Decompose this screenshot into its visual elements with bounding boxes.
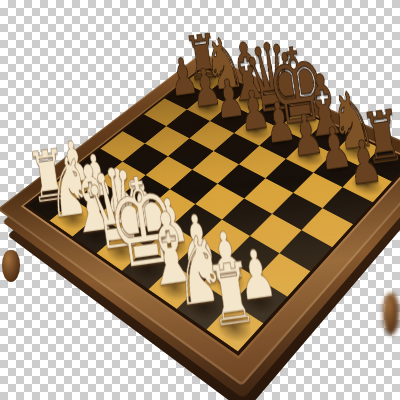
perspective-stage: ♜♞♝♛♚♝♞♜♟♟♟♟♟♟♟♟♟♟♟♟♟♟♟♟♜♞♝♛♚♝♞♜: [0, 0, 400, 400]
scene-rotation-wrapper: ♜♞♝♛♚♝♞♜♟♟♟♟♟♟♟♟♟♟♟♟♟♟♟♟♜♞♝♛♚♝♞♜: [0, 0, 400, 400]
chess-board: ♜♞♝♛♚♝♞♜♟♟♟♟♟♟♟♟♟♟♟♟♟♟♟♟♜♞♝♛♚♝♞♜: [0, 53, 400, 386]
transparent-background: ♜♞♝♛♚♝♞♜♟♟♟♟♟♟♟♟♟♟♟♟♟♟♟♟♜♞♝♛♚♝♞♜: [0, 0, 400, 400]
